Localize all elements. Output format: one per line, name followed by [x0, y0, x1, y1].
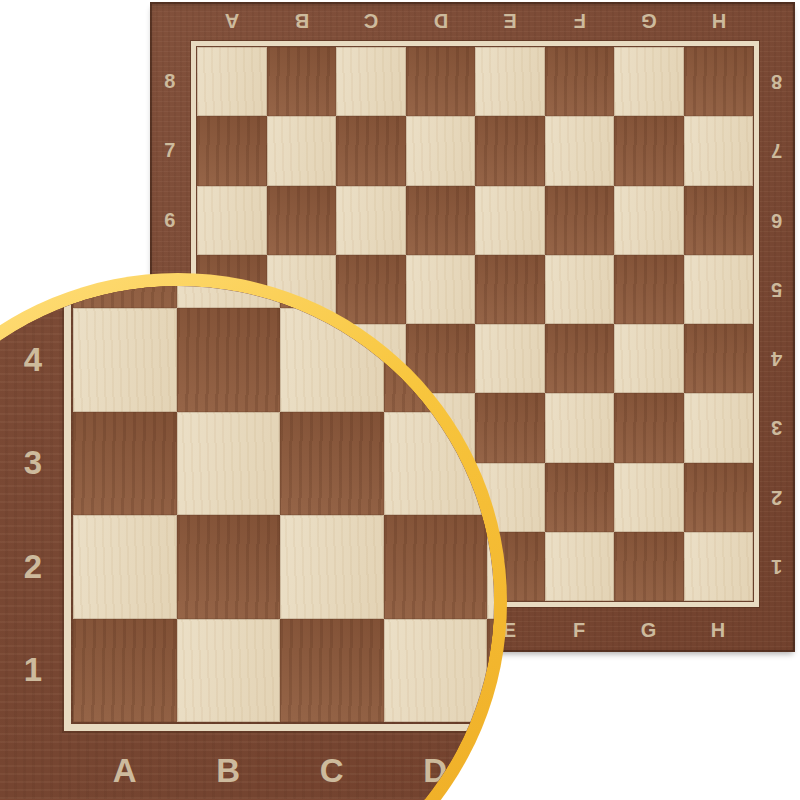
- rank-label-left: 8: [150, 47, 190, 116]
- file-label-top: G: [614, 2, 684, 40]
- main-square-e8: [475, 47, 545, 116]
- main-square-e3: [475, 393, 545, 462]
- rank-label-left: 6: [150, 186, 190, 255]
- main-square-h8: [684, 47, 754, 116]
- inset-square-c2: [280, 515, 384, 619]
- rank-labels-right: 8 7 6 5 4 3 2 1: [758, 47, 795, 601]
- inset-file-labels-bottom: A B C D E F G H: [73, 733, 494, 799]
- main-square-g6: [614, 186, 684, 255]
- main-square-f7: [545, 116, 615, 185]
- main-square-g7: [614, 116, 684, 185]
- inset-rank-label: 1: [2, 619, 64, 723]
- inset-square-c3: [280, 412, 384, 516]
- rank-label-right: 4: [758, 324, 795, 393]
- main-square-f1: [545, 532, 615, 601]
- rank-label-right: 6: [758, 186, 795, 255]
- main-square-e5: [475, 255, 545, 324]
- file-label-top: H: [684, 2, 754, 40]
- rank-label-right: 1: [758, 532, 795, 601]
- inset-file-label: E: [487, 743, 494, 799]
- inset-rank-label: 4: [2, 308, 64, 412]
- main-square-h1: [684, 532, 754, 601]
- main-square-a7: [197, 116, 267, 185]
- main-square-b8: [267, 47, 337, 116]
- inset-rank-label: 3: [2, 412, 64, 516]
- main-square-e4: [475, 324, 545, 393]
- main-square-h7: [684, 116, 754, 185]
- rank-label-right: 8: [758, 47, 795, 116]
- main-square-b6: [267, 186, 337, 255]
- main-square-g1: [614, 532, 684, 601]
- inset-file-label: B: [177, 743, 281, 799]
- inset-rank-labels-left: 8 7 6 5 4 3 2 1: [0, 286, 64, 722]
- main-square-d5: [406, 255, 476, 324]
- rank-label-left: 7: [150, 116, 190, 185]
- inset-square-a5: [73, 286, 177, 308]
- main-square-g4: [614, 324, 684, 393]
- main-square-h4: [684, 324, 754, 393]
- main-square-a6: [197, 186, 267, 255]
- file-label-top: D: [406, 2, 476, 40]
- main-square-f3: [545, 393, 615, 462]
- main-square-h2: [684, 463, 754, 532]
- inset-square-c1: [280, 619, 384, 723]
- inset-file-label: A: [73, 743, 177, 799]
- file-labels-top: A B C D E F G H: [197, 2, 753, 40]
- inset-square-b1: [177, 619, 281, 723]
- rank-label-right: 3: [758, 393, 795, 462]
- main-square-g2: [614, 463, 684, 532]
- inset-square-b2: [177, 515, 281, 619]
- inset-square-e1: [487, 619, 494, 723]
- main-square-g8: [614, 47, 684, 116]
- main-square-f5: [545, 255, 615, 324]
- main-square-e6: [475, 186, 545, 255]
- file-label-bottom: G: [614, 608, 684, 652]
- inset-square-a3: [73, 412, 177, 516]
- inset-square-b4: [177, 308, 281, 412]
- inset-rank-label: 5: [2, 286, 64, 308]
- main-square-d8: [406, 47, 476, 116]
- main-square-h3: [684, 393, 754, 462]
- main-square-c8: [336, 47, 406, 116]
- rank-label-right: 7: [758, 116, 795, 185]
- main-square-c7: [336, 116, 406, 185]
- main-square-f2: [545, 463, 615, 532]
- main-square-h6: [684, 186, 754, 255]
- main-square-d6: [406, 186, 476, 255]
- file-label-top: E: [475, 2, 545, 40]
- main-square-f8: [545, 47, 615, 116]
- file-label-top: B: [267, 2, 337, 40]
- inset-square-a2: [73, 515, 177, 619]
- inset-square-a1: [73, 619, 177, 723]
- inset-square-e2: [487, 515, 494, 619]
- inset-square-d1: [384, 619, 488, 723]
- file-label-top: C: [336, 2, 406, 40]
- main-square-b7: [267, 116, 337, 185]
- inset-file-label: C: [280, 743, 384, 799]
- main-square-d7: [406, 116, 476, 185]
- main-square-h5: [684, 255, 754, 324]
- inset-square-b5: [177, 286, 281, 308]
- main-square-g3: [614, 393, 684, 462]
- file-label-top: F: [545, 2, 615, 40]
- main-square-c6: [336, 186, 406, 255]
- file-label-bottom: H: [684, 608, 754, 652]
- file-label-bottom: F: [545, 608, 615, 652]
- main-square-f6: [545, 186, 615, 255]
- inset-rank-label: 2: [2, 515, 64, 619]
- scene: A B C D E F G H 8 7 6 5 4 3 2 1 8 7 6 5 …: [0, 0, 800, 800]
- main-square-g5: [614, 255, 684, 324]
- file-label-top: A: [197, 2, 267, 40]
- inset-square-a4: [73, 308, 177, 412]
- inset-square-d2: [384, 515, 488, 619]
- inset-square-b3: [177, 412, 281, 516]
- main-square-e7: [475, 116, 545, 185]
- main-square-f4: [545, 324, 615, 393]
- inset-file-label: D: [384, 743, 488, 799]
- rank-label-right: 2: [758, 463, 795, 532]
- rank-label-right: 5: [758, 255, 795, 324]
- main-square-a8: [197, 47, 267, 116]
- main-square-c5: [336, 255, 406, 324]
